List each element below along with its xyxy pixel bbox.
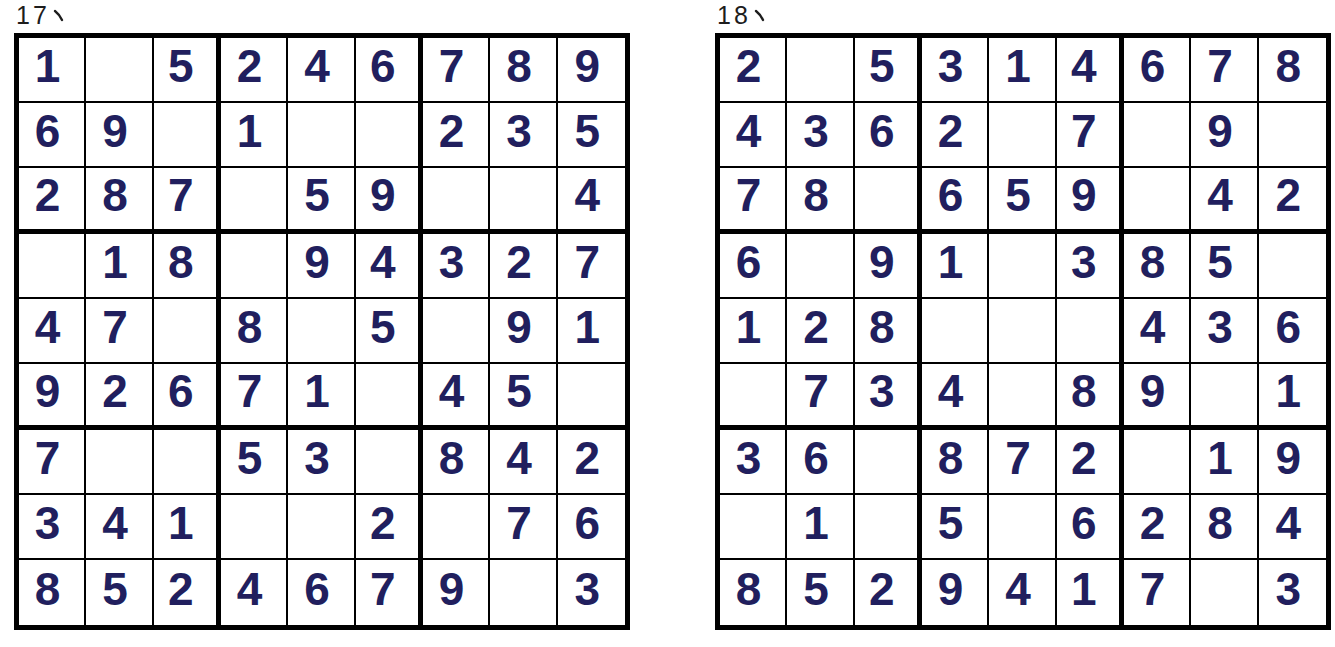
p18-cell-r9c8[interactable]	[1191, 560, 1258, 625]
p18-cell-r6c4[interactable]: 4	[922, 364, 989, 430]
p18-cell-r1c9[interactable]: 8	[1259, 38, 1326, 103]
p17-cell-r1c1[interactable]: 1	[19, 38, 86, 103]
p18-cell-r6c9[interactable]: 1	[1259, 364, 1326, 430]
p17-cell-r3c8[interactable]	[490, 168, 557, 234]
p17-cell-r8c6[interactable]: 2	[356, 495, 423, 560]
p17-cell-r1c5[interactable]: 4	[288, 38, 355, 103]
p18-cell-r8c2[interactable]: 1	[787, 495, 854, 560]
p18-cell-r2c4[interactable]: 2	[922, 103, 989, 168]
p17-cell-r6c3[interactable]: 6	[154, 364, 221, 430]
p17-cell-r5c7[interactable]	[423, 299, 490, 364]
p18-cell-r7c4[interactable]: 8	[922, 430, 989, 495]
p18-cell-r2c5[interactable]	[989, 103, 1056, 168]
p17-cell-r2c3[interactable]	[154, 103, 221, 168]
p18-cell-r5c9[interactable]: 6	[1259, 299, 1326, 364]
p17-cell-r8c3[interactable]: 1	[154, 495, 221, 560]
p17-cell-r3c3[interactable]: 7	[154, 168, 221, 234]
p17-cell-r2c9[interactable]: 5	[558, 103, 625, 168]
p18-cell-r6c2[interactable]: 7	[787, 364, 854, 430]
p17-cell-r6c5[interactable]: 1	[288, 364, 355, 430]
p17-cell-r6c7[interactable]: 4	[423, 364, 490, 430]
p17-cell-r8c2[interactable]: 4	[86, 495, 153, 560]
p18-cell-r3c9[interactable]: 2	[1259, 168, 1326, 234]
p17-cell-r5c5[interactable]	[288, 299, 355, 364]
p18-cell-r5c6[interactable]	[1057, 299, 1124, 364]
p17-cell-r6c2[interactable]: 2	[86, 364, 153, 430]
p18-cell-r1c8[interactable]: 7	[1191, 38, 1258, 103]
p17-cell-r9c3[interactable]: 2	[154, 560, 221, 625]
p18-cell-r8c8[interactable]: 8	[1191, 495, 1258, 560]
p18-cell-r3c1[interactable]: 7	[720, 168, 787, 234]
p17-cell-r6c4[interactable]: 7	[221, 364, 288, 430]
p17-cell-r3c5[interactable]: 5	[288, 168, 355, 234]
p18-cell-r2c2[interactable]: 3	[787, 103, 854, 168]
p17-cell-r9c2[interactable]: 5	[86, 560, 153, 625]
p17-cell-r1c9[interactable]: 9	[558, 38, 625, 103]
p18-cell-r4c4[interactable]: 1	[922, 234, 989, 299]
p17-cell-r1c8[interactable]: 8	[490, 38, 557, 103]
p18-cell-r3c4[interactable]: 6	[922, 168, 989, 234]
p17-cell-r4c9[interactable]: 7	[558, 234, 625, 299]
p18-cell-r8c4[interactable]: 5	[922, 495, 989, 560]
p18-cell-r6c6[interactable]: 8	[1057, 364, 1124, 430]
p18-cell-r2c7[interactable]	[1124, 103, 1191, 168]
p18-cell-r3c5[interactable]: 5	[989, 168, 1056, 234]
p17-cell-r7c1[interactable]: 7	[19, 430, 86, 495]
p17-cell-r7c8[interactable]: 4	[490, 430, 557, 495]
p17-cell-r4c3[interactable]: 8	[154, 234, 221, 299]
p18-cell-r7c9[interactable]: 9	[1259, 430, 1326, 495]
p18-cell-r4c7[interactable]: 8	[1124, 234, 1191, 299]
p17-cell-r7c7[interactable]: 8	[423, 430, 490, 495]
p18-cell-r4c1[interactable]: 6	[720, 234, 787, 299]
p17-cell-r1c2[interactable]	[86, 38, 153, 103]
p18-cell-r8c1[interactable]	[720, 495, 787, 560]
p17-cell-r1c6[interactable]: 6	[356, 38, 423, 103]
p17-cell-r2c2[interactable]: 9	[86, 103, 153, 168]
p17-cell-r9c5[interactable]: 6	[288, 560, 355, 625]
p18-cell-r4c6[interactable]: 3	[1057, 234, 1124, 299]
p17-cell-r7c9[interactable]: 2	[558, 430, 625, 495]
p18-cell-r9c1[interactable]: 8	[720, 560, 787, 625]
p17-cell-r1c4[interactable]: 2	[221, 38, 288, 103]
p18-cell-r5c5[interactable]	[989, 299, 1056, 364]
p18-cell-r5c2[interactable]: 2	[787, 299, 854, 364]
p17-cell-r8c7[interactable]	[423, 495, 490, 560]
p17-cell-r6c9[interactable]	[558, 364, 625, 430]
worksheet-page: 17 1524678969123528759418943274785919267…	[0, 0, 1335, 647]
p17-cell-r9c9[interactable]: 3	[558, 560, 625, 625]
p18-cell-r3c2[interactable]: 8	[787, 168, 854, 234]
p17-cell-r5c2[interactable]: 7	[86, 299, 153, 364]
p18-cell-r8c9[interactable]: 4	[1259, 495, 1326, 560]
p17-cell-r7c5[interactable]: 3	[288, 430, 355, 495]
p18-cell-r1c7[interactable]: 6	[1124, 38, 1191, 103]
p18-cell-r9c9[interactable]: 3	[1259, 560, 1326, 625]
p18-cell-r9c7[interactable]: 7	[1124, 560, 1191, 625]
p18-cell-r7c3[interactable]	[855, 430, 922, 495]
p17-cell-r7c6[interactable]	[356, 430, 423, 495]
p18-cell-r6c7[interactable]: 9	[1124, 364, 1191, 430]
p18-cell-r5c3[interactable]: 8	[855, 299, 922, 364]
p17-cell-r9c7[interactable]: 9	[423, 560, 490, 625]
p18-cell-r9c6[interactable]: 1	[1057, 560, 1124, 625]
p18-cell-r2c3[interactable]: 6	[855, 103, 922, 168]
p18-cell-r1c1[interactable]: 2	[720, 38, 787, 103]
p17-cell-r5c3[interactable]	[154, 299, 221, 364]
p18-cell-r7c1[interactable]: 3	[720, 430, 787, 495]
p18-cell-r1c3[interactable]: 5	[855, 38, 922, 103]
p17-cell-r6c1[interactable]: 9	[19, 364, 86, 430]
p18-cell-r9c2[interactable]: 5	[787, 560, 854, 625]
p17-cell-r2c5[interactable]	[288, 103, 355, 168]
p17-cell-r3c2[interactable]: 8	[86, 168, 153, 234]
p18-cell-r9c5[interactable]: 4	[989, 560, 1056, 625]
p18-cell-r7c7[interactable]	[1124, 430, 1191, 495]
p18-cell-r8c6[interactable]: 6	[1057, 495, 1124, 560]
p18-cell-r3c8[interactable]: 4	[1191, 168, 1258, 234]
ideographic-comma-icon	[52, 8, 66, 24]
p18-cell-r8c7[interactable]: 2	[1124, 495, 1191, 560]
p18-cell-r3c7[interactable]	[1124, 168, 1191, 234]
p17-cell-r8c1[interactable]: 3	[19, 495, 86, 560]
p17-cell-r8c4[interactable]	[221, 495, 288, 560]
p17-cell-r4c8[interactable]: 2	[490, 234, 557, 299]
p17-cell-r2c1[interactable]: 6	[19, 103, 86, 168]
p18-cell-r8c3[interactable]	[855, 495, 922, 560]
p18-cell-r7c6[interactable]: 2	[1057, 430, 1124, 495]
sudoku-board-18: 2531467843627978659426913851284367348913…	[715, 33, 1331, 630]
p18-cell-r3c6[interactable]: 9	[1057, 168, 1124, 234]
p18-cell-r5c1[interactable]: 1	[720, 299, 787, 364]
p17-cell-r7c2[interactable]	[86, 430, 153, 495]
puzzle-17-label: 17	[16, 1, 66, 31]
p18-cell-r2c8[interactable]: 9	[1191, 103, 1258, 168]
p17-cell-r4c5[interactable]: 9	[288, 234, 355, 299]
p18-cell-r2c6[interactable]: 7	[1057, 103, 1124, 168]
p18-cell-r4c8[interactable]: 5	[1191, 234, 1258, 299]
p17-cell-r5c1[interactable]: 4	[19, 299, 86, 364]
p17-cell-r2c6[interactable]	[356, 103, 423, 168]
p17-cell-r2c8[interactable]: 3	[490, 103, 557, 168]
p18-cell-r4c2[interactable]	[787, 234, 854, 299]
p18-cell-r1c6[interactable]: 4	[1057, 38, 1124, 103]
p18-cell-r6c3[interactable]: 3	[855, 364, 922, 430]
p18-cell-r6c8[interactable]	[1191, 364, 1258, 430]
p17-cell-r1c7[interactable]: 7	[423, 38, 490, 103]
p17-cell-r7c4[interactable]: 5	[221, 430, 288, 495]
p18-cell-r7c2[interactable]: 6	[787, 430, 854, 495]
p17-cell-r9c6[interactable]: 7	[356, 560, 423, 625]
p17-cell-r3c1[interactable]: 2	[19, 168, 86, 234]
puzzle-18-number: 18	[717, 1, 751, 29]
p18-cell-r9c3[interactable]: 2	[855, 560, 922, 625]
p17-cell-r2c4[interactable]: 1	[221, 103, 288, 168]
p18-cell-r8c5[interactable]	[989, 495, 1056, 560]
p17-cell-r8c9[interactable]: 6	[558, 495, 625, 560]
p17-cell-r9c8[interactable]	[490, 560, 557, 625]
p17-cell-r4c4[interactable]	[221, 234, 288, 299]
p18-cell-r7c8[interactable]: 1	[1191, 430, 1258, 495]
p17-cell-r2c7[interactable]: 2	[423, 103, 490, 168]
p17-cell-r4c7[interactable]: 3	[423, 234, 490, 299]
p18-cell-r5c4[interactable]	[922, 299, 989, 364]
p17-cell-r8c8[interactable]: 7	[490, 495, 557, 560]
p18-cell-r1c4[interactable]: 3	[922, 38, 989, 103]
p17-cell-r7c3[interactable]	[154, 430, 221, 495]
p17-cell-r5c6[interactable]: 5	[356, 299, 423, 364]
p17-cell-r8c5[interactable]	[288, 495, 355, 560]
p17-cell-r3c6[interactable]: 9	[356, 168, 423, 234]
p18-cell-r1c5[interactable]: 1	[989, 38, 1056, 103]
p17-cell-r4c1[interactable]	[19, 234, 86, 299]
p18-cell-r2c1[interactable]: 4	[720, 103, 787, 168]
p18-cell-r7c5[interactable]: 7	[989, 430, 1056, 495]
p17-cell-r4c6[interactable]: 4	[356, 234, 423, 299]
p18-cell-r1c2[interactable]	[787, 38, 854, 103]
p17-cell-r6c6[interactable]	[356, 364, 423, 430]
p17-cell-r5c9[interactable]: 1	[558, 299, 625, 364]
p17-cell-r6c8[interactable]: 5	[490, 364, 557, 430]
p17-cell-r5c8[interactable]: 9	[490, 299, 557, 364]
p18-cell-r9c4[interactable]: 9	[922, 560, 989, 625]
p18-cell-r6c5[interactable]	[989, 364, 1056, 430]
ideographic-comma-icon	[753, 8, 767, 24]
p18-cell-r5c7[interactable]: 4	[1124, 299, 1191, 364]
puzzle-18-label: 18	[717, 1, 767, 31]
p17-cell-r9c1[interactable]: 8	[19, 560, 86, 625]
p17-cell-r3c9[interactable]: 4	[558, 168, 625, 234]
sudoku-board-17: 1524678969123528759418943274785919267145…	[14, 33, 630, 630]
p17-cell-r4c2[interactable]: 1	[86, 234, 153, 299]
p17-cell-r1c3[interactable]: 5	[154, 38, 221, 103]
p18-cell-r5c8[interactable]: 3	[1191, 299, 1258, 364]
p17-cell-r9c4[interactable]: 4	[221, 560, 288, 625]
p17-cell-r3c4[interactable]	[221, 168, 288, 234]
p18-cell-r4c3[interactable]: 9	[855, 234, 922, 299]
p17-cell-r3c7[interactable]	[423, 168, 490, 234]
p18-cell-r4c9[interactable]	[1259, 234, 1326, 299]
p18-cell-r3c3[interactable]	[855, 168, 922, 234]
p18-cell-r2c9[interactable]	[1259, 103, 1326, 168]
p18-cell-r4c5[interactable]	[989, 234, 1056, 299]
p17-cell-r5c4[interactable]: 8	[221, 299, 288, 364]
puzzle-17-number: 17	[16, 1, 50, 29]
p18-cell-r6c1[interactable]	[720, 364, 787, 430]
